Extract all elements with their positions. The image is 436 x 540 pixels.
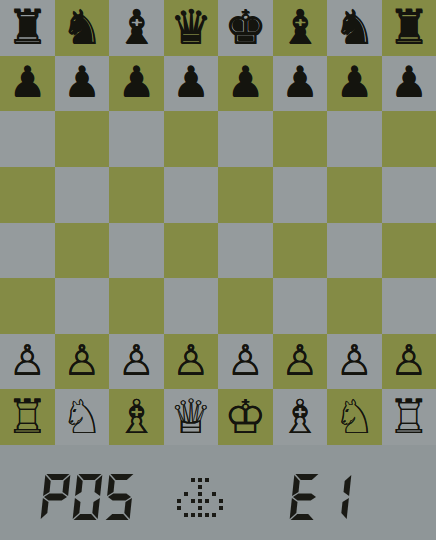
square-c2[interactable]: ♙ bbox=[109, 334, 164, 390]
piece-white-pawn: ♙ bbox=[172, 340, 210, 382]
lcd-status-display bbox=[0, 445, 436, 540]
square-e8[interactable]: ♚ bbox=[218, 0, 273, 56]
square-c6[interactable] bbox=[109, 111, 164, 167]
piece-white-pawn: ♙ bbox=[281, 340, 319, 382]
piece-black-pawn: ♟ bbox=[8, 61, 46, 103]
square-h8[interactable]: ♜ bbox=[382, 0, 436, 56]
king-icon-dot bbox=[219, 492, 223, 496]
square-g6[interactable] bbox=[327, 111, 382, 167]
piece-black-king: ♚ bbox=[224, 3, 266, 50]
king-icon-dot bbox=[177, 499, 181, 503]
seg-char-o bbox=[71, 473, 103, 521]
seg-char-1 bbox=[320, 473, 352, 521]
king-icon-dot bbox=[191, 492, 195, 496]
square-f4[interactable] bbox=[273, 223, 328, 279]
king-icon-dot bbox=[177, 513, 181, 517]
piece-black-pawn: ♟ bbox=[390, 61, 428, 103]
square-h4[interactable] bbox=[382, 223, 436, 279]
square-b4[interactable] bbox=[55, 223, 110, 279]
square-b6[interactable] bbox=[55, 111, 110, 167]
king-icon-dot bbox=[205, 506, 209, 510]
piece-black-pawn: ♟ bbox=[63, 61, 101, 103]
king-icon-dot bbox=[191, 499, 195, 503]
piece-white-knight: ♘ bbox=[61, 393, 103, 440]
piece-white-rook: ♖ bbox=[388, 393, 430, 440]
square-d8[interactable]: ♛ bbox=[164, 0, 219, 56]
square-e5[interactable] bbox=[218, 167, 273, 223]
square-g3[interactable] bbox=[327, 278, 382, 334]
king-icon-dot bbox=[198, 506, 202, 510]
square-e3[interactable] bbox=[218, 278, 273, 334]
king-icon-dot bbox=[198, 499, 202, 503]
piece-black-bishop: ♝ bbox=[115, 3, 157, 50]
square-c1[interactable]: ♗ bbox=[109, 389, 164, 445]
seg-char-p bbox=[39, 473, 71, 521]
piece-black-pawn: ♟ bbox=[172, 61, 210, 103]
chess-board: ♜♞♝♛♚♝♞♜♟♟♟♟♟♟♟♟♙♙♙♙♙♙♙♙♖♘♗♕♔♗♘♖ bbox=[0, 0, 436, 445]
square-d7[interactable]: ♟ bbox=[164, 56, 219, 112]
king-icon-dot bbox=[184, 485, 188, 489]
king-icon-dot bbox=[177, 485, 181, 489]
square-g5[interactable] bbox=[327, 167, 382, 223]
square-d6[interactable] bbox=[164, 111, 219, 167]
square-h3[interactable] bbox=[382, 278, 436, 334]
square-h2[interactable]: ♙ bbox=[382, 334, 436, 390]
piece-white-queen: ♕ bbox=[170, 393, 212, 440]
king-icon-dot bbox=[177, 506, 181, 510]
square-g8[interactable]: ♞ bbox=[327, 0, 382, 56]
king-icon-dot bbox=[177, 492, 181, 496]
square-c7[interactable]: ♟ bbox=[109, 56, 164, 112]
piece-white-pawn: ♙ bbox=[226, 340, 264, 382]
king-icon-dot bbox=[198, 485, 202, 489]
king-icon-dot bbox=[219, 478, 223, 482]
display-mode-text bbox=[39, 473, 135, 521]
king-icon-dot bbox=[205, 513, 209, 517]
square-e7[interactable]: ♟ bbox=[218, 56, 273, 112]
square-a3[interactable] bbox=[0, 278, 55, 334]
square-f6[interactable] bbox=[273, 111, 328, 167]
king-icon-dot bbox=[219, 485, 223, 489]
piece-white-pawn: ♙ bbox=[335, 340, 373, 382]
square-c3[interactable] bbox=[109, 278, 164, 334]
king-icon-dot bbox=[184, 478, 188, 482]
piece-black-pawn: ♟ bbox=[281, 61, 319, 103]
chess-computer-screen: ♜♞♝♛♚♝♞♜♟♟♟♟♟♟♟♟♙♙♙♙♙♙♙♙♖♘♗♕♔♗♘♖ bbox=[0, 0, 436, 540]
king-icon-dot bbox=[205, 499, 209, 503]
king-icon-dot bbox=[212, 513, 216, 517]
square-f7[interactable]: ♟ bbox=[273, 56, 328, 112]
square-c4[interactable] bbox=[109, 223, 164, 279]
piece-white-pawn: ♙ bbox=[390, 340, 428, 382]
king-icon-dot bbox=[177, 478, 181, 482]
king-icon-dot bbox=[219, 513, 223, 517]
king-icon-dot bbox=[191, 485, 195, 489]
square-b3[interactable] bbox=[55, 278, 110, 334]
square-g2[interactable]: ♙ bbox=[327, 334, 382, 390]
square-d4[interactable] bbox=[164, 223, 219, 279]
square-e4[interactable] bbox=[218, 223, 273, 279]
piece-black-pawn: ♟ bbox=[117, 61, 155, 103]
square-e6[interactable] bbox=[218, 111, 273, 167]
square-f2[interactable]: ♙ bbox=[273, 334, 328, 390]
piece-black-knight: ♞ bbox=[333, 3, 375, 50]
square-g7[interactable]: ♟ bbox=[327, 56, 382, 112]
king-icon-dot bbox=[184, 513, 188, 517]
piece-white-rook: ♖ bbox=[6, 393, 48, 440]
square-g1[interactable]: ♘ bbox=[327, 389, 382, 445]
square-f8[interactable]: ♝ bbox=[273, 0, 328, 56]
square-a8[interactable]: ♜ bbox=[0, 0, 55, 56]
square-f1[interactable]: ♗ bbox=[273, 389, 328, 445]
seg-char-e bbox=[288, 473, 320, 521]
square-a4[interactable] bbox=[0, 223, 55, 279]
piece-white-pawn: ♙ bbox=[63, 340, 101, 382]
king-icon-dot bbox=[184, 506, 188, 510]
king-icon-dot bbox=[205, 492, 209, 496]
king-icon-dot bbox=[205, 478, 209, 482]
king-icon-dot bbox=[198, 478, 202, 482]
piece-white-pawn: ♙ bbox=[117, 340, 155, 382]
square-b5[interactable] bbox=[55, 167, 110, 223]
piece-black-rook: ♜ bbox=[6, 3, 48, 50]
square-d2[interactable]: ♙ bbox=[164, 334, 219, 390]
piece-white-knight: ♘ bbox=[333, 393, 375, 440]
square-h1[interactable]: ♖ bbox=[382, 389, 436, 445]
square-d5[interactable] bbox=[164, 167, 219, 223]
square-d1[interactable]: ♕ bbox=[164, 389, 219, 445]
king-icon-dot bbox=[191, 506, 195, 510]
square-d3[interactable] bbox=[164, 278, 219, 334]
piece-white-bishop: ♗ bbox=[115, 393, 157, 440]
king-icon-dot bbox=[191, 513, 195, 517]
king-icon-dot bbox=[184, 492, 188, 496]
king-icon-dot bbox=[212, 499, 216, 503]
king-icon-dot bbox=[184, 499, 188, 503]
piece-black-queen: ♛ bbox=[170, 3, 212, 50]
square-a2[interactable]: ♙ bbox=[0, 334, 55, 390]
square-e2[interactable]: ♙ bbox=[218, 334, 273, 390]
piece-white-bishop: ♗ bbox=[279, 393, 321, 440]
king-icon-dot bbox=[212, 485, 216, 489]
king-icon-dot bbox=[205, 485, 209, 489]
piece-black-rook: ♜ bbox=[388, 3, 430, 50]
king-icon-dot bbox=[212, 492, 216, 496]
white-king-icon bbox=[177, 478, 223, 517]
square-a5[interactable] bbox=[0, 167, 55, 223]
piece-black-knight: ♞ bbox=[61, 3, 103, 50]
square-f5[interactable] bbox=[273, 167, 328, 223]
square-b7[interactable]: ♟ bbox=[55, 56, 110, 112]
square-a1[interactable]: ♖ bbox=[0, 389, 55, 445]
king-icon-dot bbox=[212, 478, 216, 482]
square-c8[interactable]: ♝ bbox=[109, 0, 164, 56]
piece-white-pawn: ♙ bbox=[8, 340, 46, 382]
square-c5[interactable] bbox=[109, 167, 164, 223]
square-b2[interactable]: ♙ bbox=[55, 334, 110, 390]
king-icon-dot bbox=[191, 478, 195, 482]
seg-char-s bbox=[103, 473, 135, 521]
square-b1[interactable]: ♘ bbox=[55, 389, 110, 445]
piece-black-pawn: ♟ bbox=[335, 61, 373, 103]
king-icon-dot bbox=[219, 499, 223, 503]
king-icon-dot bbox=[212, 506, 216, 510]
square-h7[interactable]: ♟ bbox=[382, 56, 436, 112]
square-h6[interactable] bbox=[382, 111, 436, 167]
square-a6[interactable] bbox=[0, 111, 55, 167]
king-icon-dot bbox=[198, 492, 202, 496]
king-icon-dot bbox=[219, 506, 223, 510]
piece-white-king: ♔ bbox=[224, 393, 266, 440]
square-a7[interactable]: ♟ bbox=[0, 56, 55, 112]
square-h5[interactable] bbox=[382, 167, 436, 223]
king-icon-dot bbox=[198, 513, 202, 517]
square-e1[interactable]: ♔ bbox=[218, 389, 273, 445]
piece-black-bishop: ♝ bbox=[279, 3, 321, 50]
display-square-text bbox=[288, 473, 352, 521]
square-g4[interactable] bbox=[327, 223, 382, 279]
square-f3[interactable] bbox=[273, 278, 328, 334]
square-b8[interactable]: ♞ bbox=[55, 0, 110, 56]
piece-black-pawn: ♟ bbox=[226, 61, 264, 103]
